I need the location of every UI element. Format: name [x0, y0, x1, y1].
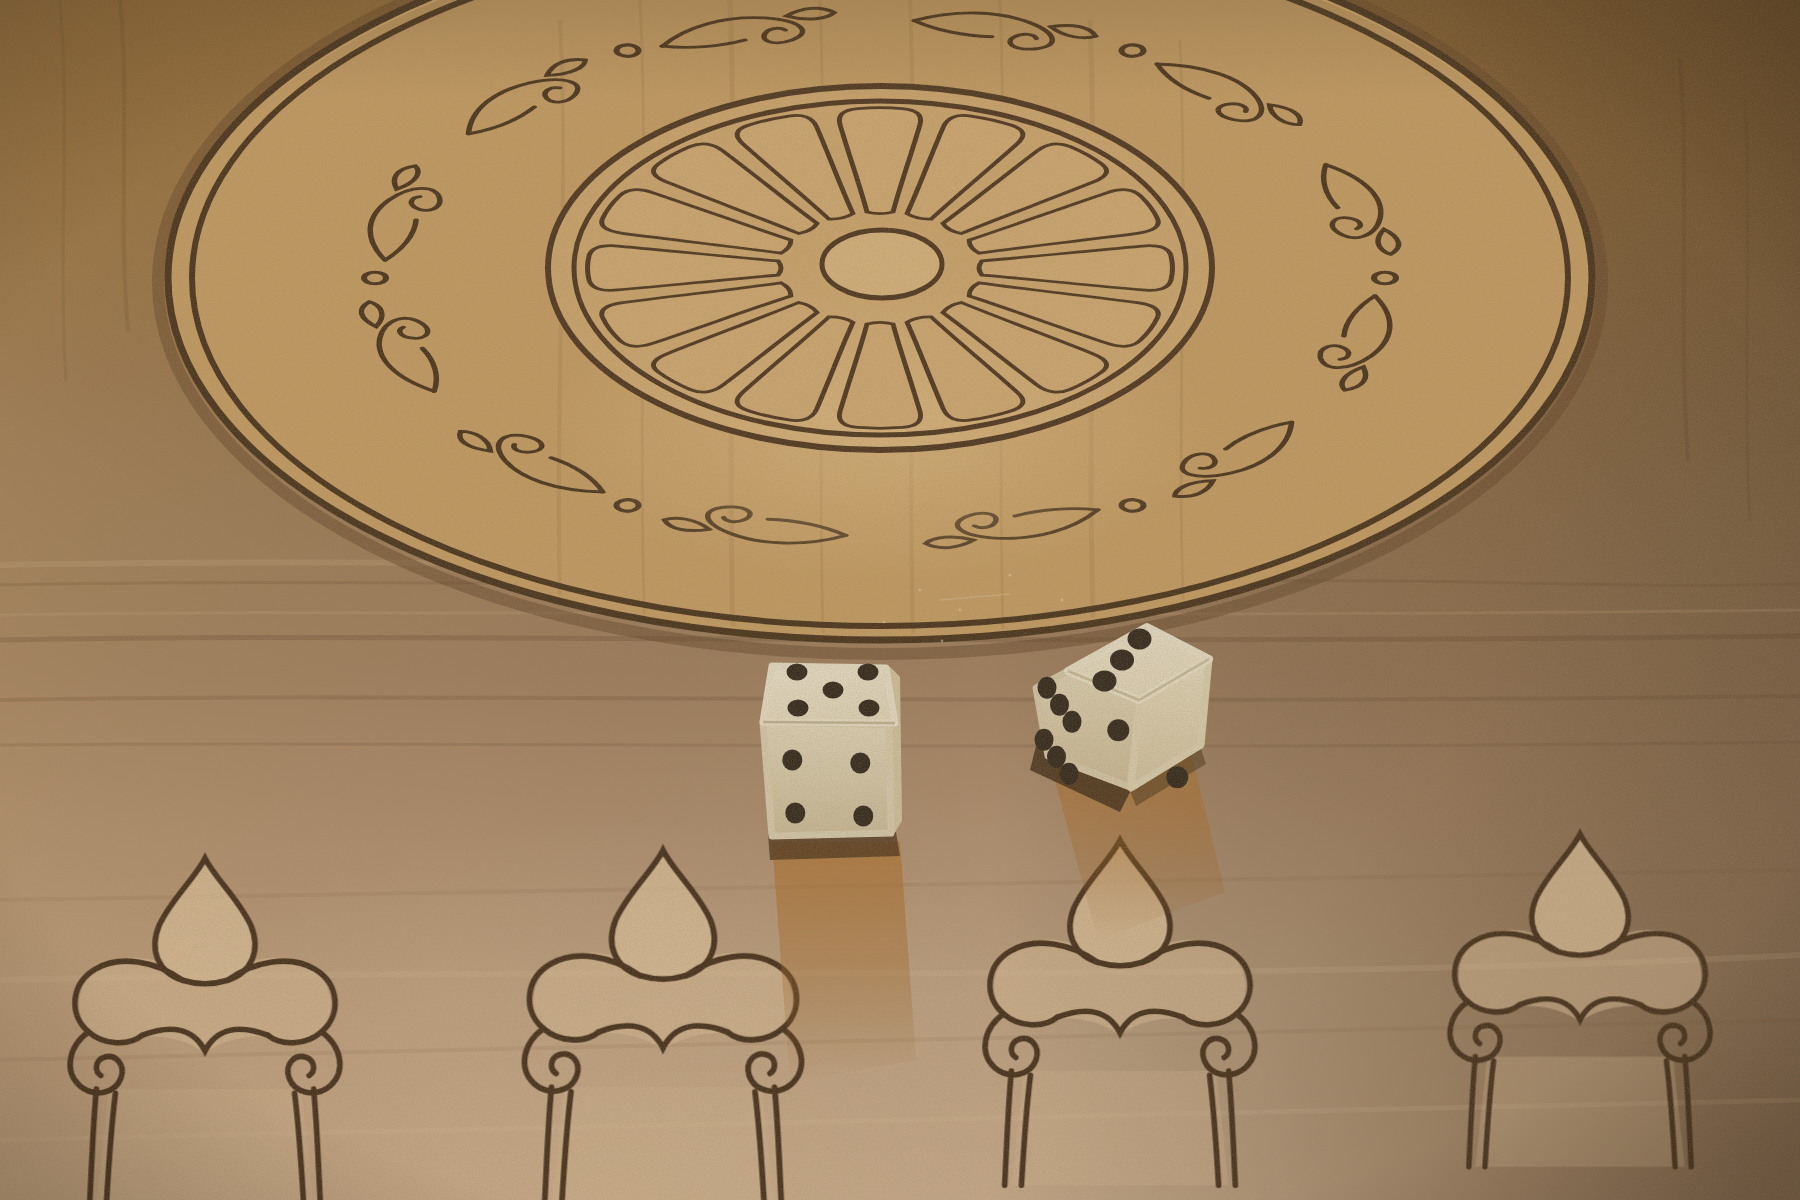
- photo-vignette: [0, 0, 1800, 1200]
- backgammon-board-photo: Close-up overhead photo of a hand-carved…: [0, 0, 1800, 1200]
